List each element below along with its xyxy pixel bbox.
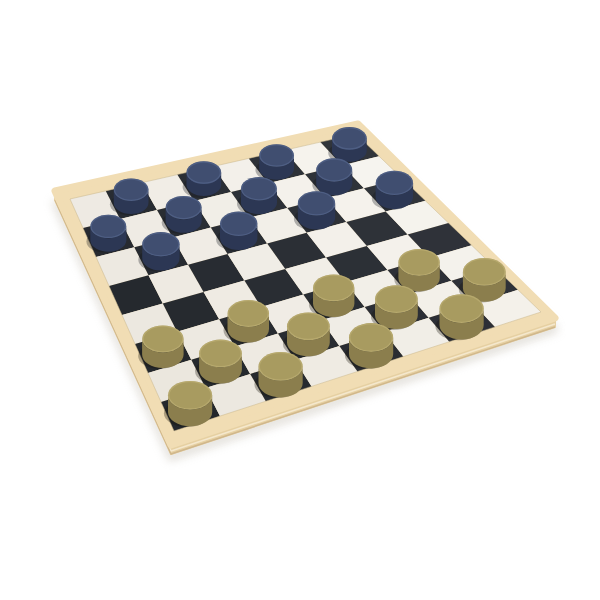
scene (0, 0, 600, 600)
checkers-board-photo (0, 0, 600, 600)
